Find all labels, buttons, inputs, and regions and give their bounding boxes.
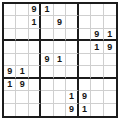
cell-r8c1[interactable]: [4, 91, 16, 103]
cell-r8c2[interactable]: [16, 91, 28, 103]
cell-r2c2[interactable]: [16, 16, 28, 28]
cell-r7c6[interactable]: [66, 79, 78, 91]
cell-r4c7[interactable]: [79, 41, 91, 53]
cell-r1c7[interactable]: [79, 4, 91, 16]
cell-r7c5[interactable]: [54, 79, 66, 91]
cell-r1c9[interactable]: [104, 4, 116, 16]
cell-r6c5[interactable]: [54, 66, 66, 78]
cell-r5c8[interactable]: [91, 54, 103, 66]
cell-r3c2[interactable]: [16, 29, 28, 41]
cell-r6c9[interactable]: [104, 66, 116, 78]
sudoku-board: 911991199191191991: [2, 2, 118, 118]
cell-r2c9[interactable]: [104, 16, 116, 28]
cell-r2c8[interactable]: [91, 16, 103, 28]
cell-r4c5[interactable]: [54, 41, 66, 53]
cell-r3c8[interactable]: 9: [91, 29, 103, 41]
cell-r5c5[interactable]: 1: [54, 54, 66, 66]
cell-r5c2[interactable]: [16, 54, 28, 66]
cell-r4c6[interactable]: [66, 41, 78, 53]
cell-r4c9[interactable]: 9: [104, 41, 116, 53]
cell-r4c1[interactable]: [4, 41, 16, 53]
cell-r6c8[interactable]: [91, 66, 103, 78]
cell-r7c9[interactable]: [104, 79, 116, 91]
cell-r3c4[interactable]: [41, 29, 53, 41]
cell-r7c2[interactable]: 9: [16, 79, 28, 91]
cell-r4c8[interactable]: 1: [91, 41, 103, 53]
cell-r7c8[interactable]: [91, 79, 103, 91]
cell-r3c9[interactable]: 1: [104, 29, 116, 41]
cell-r8c6[interactable]: 1: [66, 91, 78, 103]
cell-r5c3[interactable]: [29, 54, 41, 66]
cell-r8c4[interactable]: [41, 91, 53, 103]
cell-r2c7[interactable]: [79, 16, 91, 28]
cell-r9c6[interactable]: 9: [66, 104, 78, 116]
cell-r5c4[interactable]: 9: [41, 54, 53, 66]
cell-r7c4[interactable]: [41, 79, 53, 91]
cell-r3c6[interactable]: [66, 29, 78, 41]
cell-r9c4[interactable]: [41, 104, 53, 116]
cell-r7c1[interactable]: 1: [4, 79, 16, 91]
sudoku-page: 911991199191191991: [0, 0, 120, 120]
cell-r1c2[interactable]: [16, 4, 28, 16]
cell-r1c8[interactable]: [91, 4, 103, 16]
cell-r5c9[interactable]: [104, 54, 116, 66]
cell-r6c1[interactable]: 9: [4, 66, 16, 78]
cell-r4c3[interactable]: [29, 41, 41, 53]
cell-r1c1[interactable]: [4, 4, 16, 16]
cell-r3c3[interactable]: [29, 29, 41, 41]
cell-r9c9[interactable]: [104, 104, 116, 116]
cell-r9c1[interactable]: [4, 104, 16, 116]
cell-r3c5[interactable]: [54, 29, 66, 41]
cell-r2c6[interactable]: [66, 16, 78, 28]
cell-r5c1[interactable]: [4, 54, 16, 66]
cell-r5c7[interactable]: [79, 54, 91, 66]
cell-r2c3[interactable]: 1: [29, 16, 41, 28]
cell-r1c6[interactable]: [66, 4, 78, 16]
cell-r9c5[interactable]: [54, 104, 66, 116]
cell-r9c3[interactable]: [29, 104, 41, 116]
cell-r6c7[interactable]: [79, 66, 91, 78]
cell-r8c9[interactable]: [104, 91, 116, 103]
cell-r1c5[interactable]: [54, 4, 66, 16]
cell-r2c1[interactable]: [4, 16, 16, 28]
cell-r2c4[interactable]: [41, 16, 53, 28]
cell-r5c6[interactable]: [66, 54, 78, 66]
cell-r2c5[interactable]: 9: [54, 16, 66, 28]
cell-r4c4[interactable]: [41, 41, 53, 53]
cell-r6c6[interactable]: [66, 66, 78, 78]
cell-r9c2[interactable]: [16, 104, 28, 116]
cell-r8c3[interactable]: [29, 91, 41, 103]
cell-r9c8[interactable]: [91, 104, 103, 116]
cell-r8c8[interactable]: [91, 91, 103, 103]
cell-r7c7[interactable]: [79, 79, 91, 91]
cell-r3c7[interactable]: [79, 29, 91, 41]
cell-r6c2[interactable]: 1: [16, 66, 28, 78]
cell-r6c3[interactable]: [29, 66, 41, 78]
cell-r8c7[interactable]: 9: [79, 91, 91, 103]
cell-r8c5[interactable]: [54, 91, 66, 103]
cell-r1c4[interactable]: 1: [41, 4, 53, 16]
cell-r1c3[interactable]: 9: [29, 4, 41, 16]
cell-r3c1[interactable]: [4, 29, 16, 41]
cell-r6c4[interactable]: [41, 66, 53, 78]
cell-r7c3[interactable]: [29, 79, 41, 91]
cell-r4c2[interactable]: [16, 41, 28, 53]
cell-r9c7[interactable]: 1: [79, 104, 91, 116]
